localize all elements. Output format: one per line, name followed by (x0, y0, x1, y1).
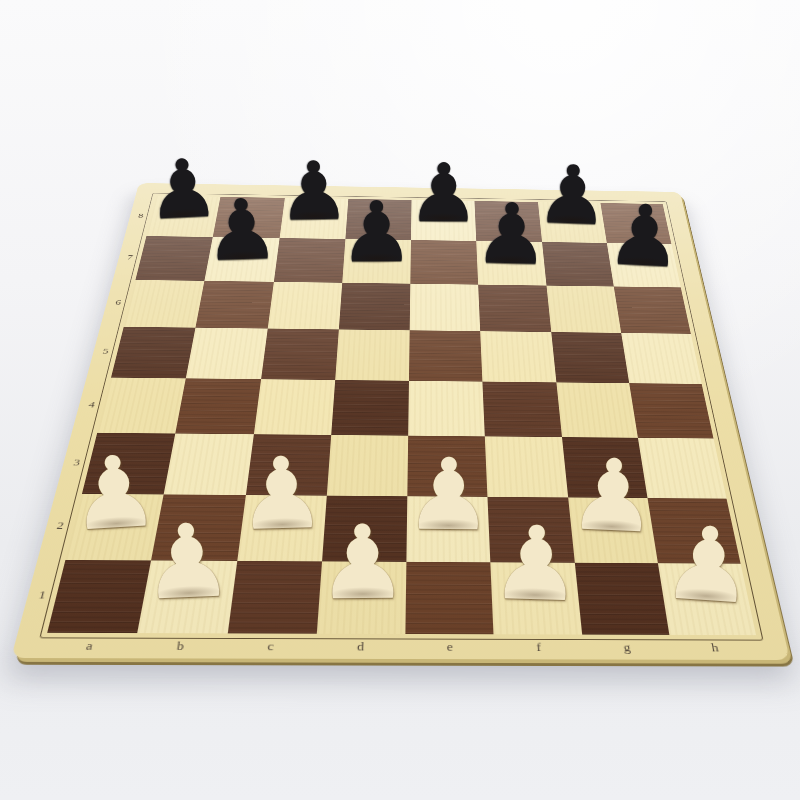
square-d8 (345, 199, 411, 240)
file-label-d: d (347, 634, 374, 659)
square-g5 (551, 332, 629, 383)
square-g1 (574, 563, 669, 635)
square-e5 (409, 330, 483, 381)
square-b5 (186, 328, 267, 380)
square-h2 (647, 498, 740, 564)
board-grid (47, 196, 756, 635)
rank-label-5: 5 (92, 346, 118, 356)
square-e1 (405, 562, 493, 635)
square-h1 (658, 563, 756, 635)
square-f6 (478, 284, 550, 332)
square-c3 (245, 434, 330, 495)
file-label-g: g (613, 635, 642, 660)
file-label-c: c (256, 633, 285, 658)
square-h7 (607, 243, 681, 287)
square-d5 (335, 329, 410, 381)
rank-label-1: 1 (26, 588, 58, 602)
square-b1 (137, 560, 236, 633)
file-label-e: e (437, 634, 463, 659)
square-g3 (562, 437, 648, 497)
file-label-h: h (700, 635, 730, 660)
square-b7 (205, 237, 280, 281)
square-e4 (408, 381, 485, 437)
file-label-b: b (165, 633, 195, 658)
square-f3 (485, 437, 568, 498)
square-a8 (146, 196, 220, 237)
square-a7 (136, 236, 213, 280)
square-f2 (488, 496, 575, 562)
square-a5 (111, 327, 196, 379)
square-b2 (151, 494, 245, 561)
square-a1 (47, 560, 151, 633)
square-a2 (65, 493, 163, 560)
square-a3 (82, 433, 175, 494)
rank-label-2: 2 (45, 519, 76, 532)
square-c7 (273, 238, 345, 282)
rank-label-8: 8 (129, 211, 152, 219)
square-d7 (342, 239, 411, 283)
square-b3 (164, 434, 253, 495)
square-g6 (546, 285, 621, 332)
file-label-f: f (525, 634, 552, 659)
square-h4 (629, 383, 714, 438)
rank-label-6: 6 (106, 298, 131, 307)
square-b4 (175, 378, 260, 434)
square-c8 (279, 198, 348, 239)
square-d1 (317, 561, 407, 634)
square-c4 (253, 379, 335, 435)
square-f7 (476, 241, 546, 285)
square-d2 (322, 495, 408, 561)
square-h6 (614, 286, 691, 333)
square-f8 (475, 201, 542, 242)
square-h8 (600, 203, 671, 244)
square-f5 (480, 331, 556, 382)
square-g8 (538, 202, 607, 243)
square-d6 (339, 282, 411, 330)
square-c6 (267, 282, 342, 330)
square-c1 (227, 561, 322, 634)
square-e2 (406, 496, 490, 562)
square-c5 (261, 328, 339, 380)
square-e3 (407, 436, 487, 497)
square-b8 (213, 197, 285, 238)
file-label-a: a (74, 633, 106, 658)
square-g7 (542, 242, 614, 286)
square-e7 (410, 240, 478, 284)
square-a4 (97, 378, 186, 434)
chess-product-photo-scene: 12345678 abcdefgh ♟♟♟♟♟♟♟♟♟♟♟♟♟♟♟♟ (0, 0, 800, 800)
square-g2 (568, 497, 658, 563)
square-f1 (491, 562, 582, 634)
square-e8 (411, 200, 476, 241)
square-a6 (124, 280, 205, 328)
rank-label-4: 4 (78, 399, 106, 410)
square-c2 (237, 495, 327, 561)
rank-labels: 12345678 (139, 183, 680, 192)
file-labels: abcdefgh (139, 183, 680, 192)
square-g4 (556, 382, 638, 438)
square-d4 (331, 380, 409, 436)
rank-label-7: 7 (118, 253, 142, 262)
square-f4 (483, 382, 562, 438)
chess-board: 12345678 abcdefgh (11, 183, 790, 660)
square-d3 (327, 435, 409, 496)
square-h5 (621, 333, 702, 384)
square-b6 (196, 281, 274, 329)
rank-label-3: 3 (62, 456, 91, 468)
square-e6 (410, 283, 481, 331)
square-h3 (638, 438, 727, 498)
